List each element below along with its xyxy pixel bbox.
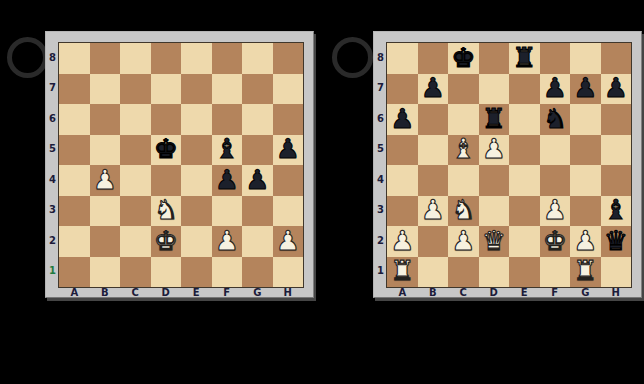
square-a2[interactable]: ♟ — [387, 226, 418, 257]
file-label-h: H — [273, 287, 304, 298]
square-g1[interactable] — [242, 257, 273, 288]
square-g6[interactable] — [242, 104, 273, 135]
square-h1[interactable] — [273, 257, 304, 288]
rank-label-8: 8 — [375, 42, 386, 73]
rank-label-6: 6 — [375, 103, 386, 134]
square-h4[interactable] — [601, 165, 632, 196]
square-g7[interactable] — [242, 74, 273, 105]
square-h6[interactable] — [273, 104, 304, 135]
square-d2[interactable]: ♛ — [479, 226, 510, 257]
square-f8[interactable] — [540, 43, 571, 74]
square-d2[interactable]: ♚ — [151, 226, 182, 257]
square-f7[interactable]: ♟ — [540, 74, 571, 105]
file-label-b: B — [90, 287, 121, 298]
square-h6[interactable] — [601, 104, 632, 135]
square-f4[interactable] — [540, 165, 571, 196]
square-d8[interactable] — [151, 43, 182, 74]
right-board-to-move-circle — [332, 37, 373, 78]
square-d6[interactable]: ♜ — [479, 104, 510, 135]
black-knight-f6[interactable]: ♞ — [543, 105, 567, 132]
chess-board-right: 87654321 ♚♜♟♟♟♟♟♜♞♝♟♟♞♟♝♟♟♛♚♟♛♜♜ ABCDEFG… — [373, 31, 642, 298]
file-label-g: G — [570, 287, 601, 298]
square-a5[interactable] — [59, 135, 90, 166]
black-rook-d6[interactable]: ♜ — [482, 105, 506, 132]
square-d3[interactable] — [479, 196, 510, 227]
square-a1[interactable] — [59, 257, 90, 288]
square-d7[interactable] — [479, 74, 510, 105]
black-queen-h2[interactable]: ♛ — [604, 227, 628, 254]
square-h2[interactable]: ♛ — [601, 226, 632, 257]
square-b4[interactable] — [418, 165, 449, 196]
black-bishop-f5[interactable]: ♝ — [215, 135, 239, 162]
square-b3[interactable]: ♟ — [418, 196, 449, 227]
square-g1[interactable]: ♜ — [570, 257, 601, 288]
white-knight-c3[interactable]: ♞ — [451, 196, 475, 223]
file-label-f: F — [540, 287, 571, 298]
rank-label-3: 3 — [375, 195, 386, 226]
square-e8[interactable] — [181, 43, 212, 74]
white-king-d2[interactable]: ♚ — [154, 227, 178, 254]
file-label-h: H — [601, 287, 632, 298]
square-c4[interactable] — [448, 165, 479, 196]
square-c3[interactable] — [120, 196, 151, 227]
square-f8[interactable] — [212, 43, 243, 74]
square-f7[interactable] — [212, 74, 243, 105]
white-pawn-b4[interactable]: ♟ — [93, 166, 117, 193]
rank-label-3: 3 — [47, 195, 58, 226]
square-e7[interactable] — [181, 74, 212, 105]
square-h8[interactable] — [273, 43, 304, 74]
chess-board-left: 87654321 ♚♝♟♟♟♟♞♚♟♟ ABCDEFGH — [45, 31, 314, 298]
white-knight-d3[interactable]: ♞ — [154, 196, 178, 223]
square-e2[interactable] — [181, 226, 212, 257]
black-pawn-h7[interactable]: ♟ — [604, 74, 628, 101]
square-f6[interactable] — [212, 104, 243, 135]
square-f2[interactable]: ♚ — [540, 226, 571, 257]
square-a7[interactable] — [387, 74, 418, 105]
square-e5[interactable] — [181, 135, 212, 166]
square-g4[interactable]: ♟ — [242, 165, 273, 196]
square-c4[interactable] — [120, 165, 151, 196]
file-label-g: G — [242, 287, 273, 298]
white-rook-a1[interactable]: ♜ — [390, 257, 414, 284]
square-c6[interactable] — [448, 104, 479, 135]
square-g5[interactable] — [242, 135, 273, 166]
square-g3[interactable] — [570, 196, 601, 227]
square-a5[interactable] — [387, 135, 418, 166]
black-king-c8[interactable]: ♚ — [451, 44, 475, 71]
square-c1[interactable] — [448, 257, 479, 288]
black-rook-e8[interactable]: ♜ — [512, 44, 536, 71]
rank-label-7: 7 — [47, 73, 58, 104]
square-b7[interactable]: ♟ — [418, 74, 449, 105]
square-e1[interactable] — [509, 257, 540, 288]
square-e3[interactable] — [181, 196, 212, 227]
square-f2[interactable]: ♟ — [212, 226, 243, 257]
board-grid: ♚♜♟♟♟♟♟♜♞♝♟♟♞♟♝♟♟♛♚♟♛♜♜ — [386, 42, 632, 288]
square-g4[interactable] — [570, 165, 601, 196]
white-pawn-a2[interactable]: ♟ — [390, 227, 414, 254]
square-f4[interactable]: ♟ — [212, 165, 243, 196]
square-b7[interactable] — [90, 74, 121, 105]
square-b2[interactable] — [418, 226, 449, 257]
square-g2[interactable]: ♟ — [570, 226, 601, 257]
white-pawn-c2[interactable]: ♟ — [451, 227, 475, 254]
black-pawn-f4[interactable]: ♟ — [215, 166, 239, 193]
board-grid: ♚♝♟♟♟♟♞♚♟♟ — [58, 42, 304, 288]
black-king-d5[interactable]: ♚ — [154, 135, 178, 162]
white-king-f2[interactable]: ♚ — [543, 227, 567, 254]
square-d4[interactable] — [151, 165, 182, 196]
file-label-a: A — [387, 287, 418, 298]
square-c6[interactable] — [120, 104, 151, 135]
square-a2[interactable] — [59, 226, 90, 257]
rank-label-6: 6 — [47, 103, 58, 134]
square-f1[interactable] — [540, 257, 571, 288]
square-e5[interactable] — [509, 135, 540, 166]
square-a8[interactable] — [387, 43, 418, 74]
square-c2[interactable]: ♟ — [448, 226, 479, 257]
square-e7[interactable] — [509, 74, 540, 105]
file-label-e: E — [509, 287, 540, 298]
square-h7[interactable] — [273, 74, 304, 105]
square-a4[interactable] — [59, 165, 90, 196]
black-pawn-g4[interactable]: ♟ — [245, 166, 269, 193]
square-h3[interactable] — [273, 196, 304, 227]
black-pawn-f7[interactable]: ♟ — [543, 74, 567, 101]
square-d3[interactable]: ♞ — [151, 196, 182, 227]
square-f1[interactable] — [212, 257, 243, 288]
square-b8[interactable] — [418, 43, 449, 74]
file-label-d: D — [151, 287, 182, 298]
black-pawn-b7[interactable]: ♟ — [421, 74, 445, 101]
file-label-a: A — [59, 287, 90, 298]
white-pawn-f3[interactable]: ♟ — [543, 196, 567, 223]
square-h4[interactable] — [273, 165, 304, 196]
file-label-c: C — [448, 287, 479, 298]
white-queen-d2[interactable]: ♛ — [482, 227, 506, 254]
square-g5[interactable] — [570, 135, 601, 166]
square-h1[interactable] — [601, 257, 632, 288]
file-label-f: F — [212, 287, 243, 298]
black-bishop-h3[interactable]: ♝ — [604, 196, 628, 223]
square-e6[interactable] — [181, 104, 212, 135]
square-a3[interactable] — [387, 196, 418, 227]
square-g8[interactable] — [242, 43, 273, 74]
square-f3[interactable]: ♟ — [540, 196, 571, 227]
square-g6[interactable] — [570, 104, 601, 135]
rank-label-8: 8 — [47, 42, 58, 73]
file-label-c: C — [120, 287, 151, 298]
square-e4[interactable] — [181, 165, 212, 196]
rank-label-2: 2 — [375, 225, 386, 256]
square-b1[interactable] — [90, 257, 121, 288]
square-c7[interactable] — [448, 74, 479, 105]
square-b2[interactable] — [90, 226, 121, 257]
black-pawn-g7[interactable]: ♟ — [573, 74, 597, 101]
square-d5[interactable]: ♚ — [151, 135, 182, 166]
rank-label-4: 4 — [47, 164, 58, 195]
square-g8[interactable] — [570, 43, 601, 74]
square-c1[interactable] — [120, 257, 151, 288]
square-b6[interactable] — [418, 104, 449, 135]
white-pawn-f2[interactable]: ♟ — [215, 227, 239, 254]
square-g7[interactable]: ♟ — [570, 74, 601, 105]
square-d5[interactable]: ♟ — [479, 135, 510, 166]
square-a4[interactable] — [387, 165, 418, 196]
file-label-d: D — [479, 287, 510, 298]
square-a6[interactable]: ♟ — [387, 104, 418, 135]
left-board-to-move-circle — [7, 37, 48, 78]
square-e1[interactable] — [181, 257, 212, 288]
white-rook-g1[interactable]: ♜ — [573, 257, 597, 284]
square-e6[interactable] — [509, 104, 540, 135]
rank-label-2: 2 — [47, 225, 58, 256]
square-f3[interactable] — [212, 196, 243, 227]
square-h5[interactable]: ♟ — [273, 135, 304, 166]
rank-label-4: 4 — [375, 164, 386, 195]
square-c8[interactable] — [120, 43, 151, 74]
square-b6[interactable] — [90, 104, 121, 135]
square-a6[interactable] — [59, 104, 90, 135]
rank-label-7: 7 — [375, 73, 386, 104]
square-a8[interactable] — [59, 43, 90, 74]
rank-label-1: 1 — [47, 256, 58, 287]
square-e2[interactable] — [509, 226, 540, 257]
square-h5[interactable] — [601, 135, 632, 166]
white-pawn-b3[interactable]: ♟ — [421, 196, 445, 223]
white-bishop-c5[interactable]: ♝ — [451, 135, 475, 162]
square-h7[interactable]: ♟ — [601, 74, 632, 105]
rank-label-5: 5 — [375, 134, 386, 165]
rank-label-1: 1 — [375, 256, 386, 287]
square-e8[interactable]: ♜ — [509, 43, 540, 74]
square-b5[interactable] — [418, 135, 449, 166]
square-d8[interactable] — [479, 43, 510, 74]
square-h3[interactable]: ♝ — [601, 196, 632, 227]
white-pawn-g2[interactable]: ♟ — [573, 227, 597, 254]
square-a3[interactable] — [59, 196, 90, 227]
square-a7[interactable] — [59, 74, 90, 105]
square-c2[interactable] — [120, 226, 151, 257]
square-e3[interactable] — [509, 196, 540, 227]
square-d4[interactable] — [479, 165, 510, 196]
square-f5[interactable]: ♝ — [212, 135, 243, 166]
square-c5[interactable]: ♝ — [448, 135, 479, 166]
square-c7[interactable] — [120, 74, 151, 105]
file-label-b: B — [418, 287, 449, 298]
square-h8[interactable] — [601, 43, 632, 74]
square-b1[interactable] — [418, 257, 449, 288]
square-a1[interactable]: ♜ — [387, 257, 418, 288]
square-h2[interactable]: ♟ — [273, 226, 304, 257]
square-b8[interactable] — [90, 43, 121, 74]
square-e4[interactable] — [509, 165, 540, 196]
file-label-e: E — [181, 287, 212, 298]
square-f5[interactable] — [540, 135, 571, 166]
square-c5[interactable] — [120, 135, 151, 166]
white-pawn-d5[interactable]: ♟ — [482, 135, 506, 162]
square-g2[interactable] — [242, 226, 273, 257]
square-f6[interactable]: ♞ — [540, 104, 571, 135]
rank-label-5: 5 — [47, 134, 58, 165]
square-c8[interactable]: ♚ — [448, 43, 479, 74]
square-b4[interactable]: ♟ — [90, 165, 121, 196]
square-g3[interactable] — [242, 196, 273, 227]
black-pawn-h5[interactable]: ♟ — [276, 135, 300, 162]
square-c3[interactable]: ♞ — [448, 196, 479, 227]
square-d1[interactable] — [151, 257, 182, 288]
white-pawn-h2[interactable]: ♟ — [276, 227, 300, 254]
black-pawn-a6[interactable]: ♟ — [390, 105, 414, 132]
square-d6[interactable] — [151, 104, 182, 135]
square-d1[interactable] — [479, 257, 510, 288]
square-d7[interactable] — [151, 74, 182, 105]
square-b3[interactable] — [90, 196, 121, 227]
square-b5[interactable] — [90, 135, 121, 166]
